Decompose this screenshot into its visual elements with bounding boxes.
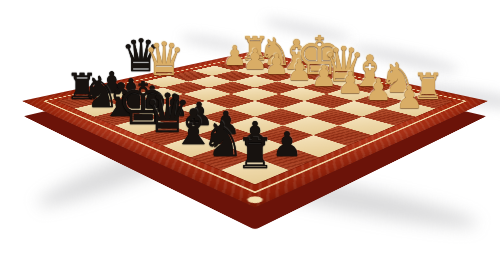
chess-set-photo: ♜♞♝♛♚♝♞♜♟♟♟♟♟♟♟♟♟♟♟♟♟♟♟♟♜♞♝♛♚♝♞♜♛♛ [0,0,500,254]
square-b6 [255,126,313,146]
square-b4 [309,109,363,126]
square-e8 [115,117,171,135]
square-a6 [286,135,347,157]
square-e6 [178,101,229,117]
square-a5 [313,126,371,146]
square-a2 [384,101,435,117]
square-f7 [126,101,177,117]
square-b5 [283,117,339,135]
square-c5 [255,109,309,126]
piece-cast-shadow [350,41,460,77]
square-b7 [224,135,285,157]
square-g8 [75,101,126,117]
square-c8 [163,135,224,157]
square-a8 [221,157,289,184]
square-d7 [171,117,227,135]
piece-cast-shadow [262,15,352,44]
square-d8 [138,126,196,146]
piece-cast-shadow [180,32,251,54]
square-a4 [339,117,395,135]
square-f8 [94,109,148,126]
square-b3 [332,101,383,117]
square-c6 [227,117,283,135]
square-d6 [201,109,255,126]
corner-inlay-dot [244,195,266,205]
square-c4 [281,101,332,117]
square-c7 [197,126,255,146]
square-e7 [148,109,202,126]
square-a7 [255,146,319,170]
square-d5 [229,101,280,117]
square-b8 [191,146,255,170]
square-a3 [362,109,416,126]
